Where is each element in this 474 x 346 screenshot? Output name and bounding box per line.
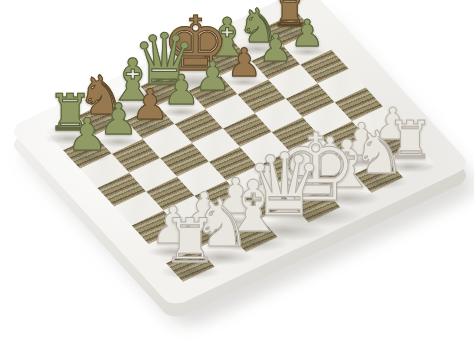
piece-black-pawn: ♟ bbox=[290, 15, 323, 52]
piece-white-rook: ♜ bbox=[163, 210, 218, 271]
pieces-layer: ♜♞♝♛♚♝♞♜♟♟♟♟♟♟♟♟♟♟♟♟♟♟♟♟♜♞♝♛♚♝♞♜ bbox=[0, 0, 474, 346]
chess-set-photo: ♜♞♝♛♚♝♞♜♟♟♟♟♟♟♟♟♟♟♟♟♟♟♟♟♜♞♝♛♚♝♞♜ bbox=[0, 0, 474, 346]
pawn-icon: ♟ bbox=[195, 56, 231, 96]
piece-black-pawn: ♟ bbox=[259, 29, 293, 67]
piece-black-pawn: ♟ bbox=[227, 42, 262, 81]
pawn-icon: ♟ bbox=[227, 42, 262, 81]
piece-black-pawn: ♟ bbox=[195, 56, 231, 96]
piece-black-pawn: ♟ bbox=[67, 111, 107, 156]
pawn-icon: ♟ bbox=[290, 15, 323, 52]
pawn-icon: ♟ bbox=[259, 29, 293, 67]
pawn-icon: ♟ bbox=[67, 111, 107, 156]
rook-icon: ♜ bbox=[163, 210, 218, 271]
